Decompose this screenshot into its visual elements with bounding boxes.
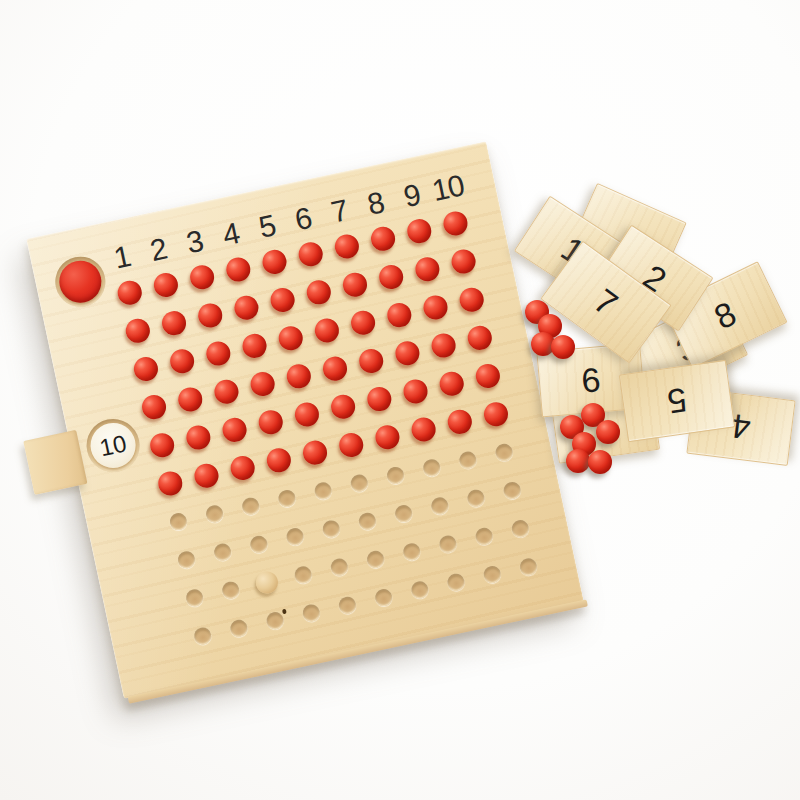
product-photo-scene: 10 12345678910 12783654 <box>0 0 800 800</box>
loose-red-bead[interactable] <box>566 449 590 473</box>
red-bead-r4c10[interactable] <box>466 324 494 352</box>
red-bead-r4c7[interactable] <box>357 347 385 375</box>
red-bead-r3c9[interactable] <box>421 293 449 321</box>
red-bead-r2c9[interactable] <box>413 255 441 283</box>
hole-r8c10 <box>502 480 522 500</box>
red-bead-r3c2[interactable] <box>168 347 196 375</box>
red-bead-r4c5[interactable] <box>285 362 313 390</box>
red-bead-r6c9[interactable] <box>446 408 474 436</box>
hole-r8c2 <box>213 542 233 562</box>
red-bead-r6c2[interactable] <box>192 461 220 489</box>
hole-r7c9 <box>458 450 478 470</box>
hole-r9c4 <box>293 565 313 585</box>
red-bead-r3c6[interactable] <box>313 316 341 344</box>
red-bead-r4c4[interactable] <box>248 370 276 398</box>
hole-r9c6 <box>365 549 385 569</box>
red-bead-r1c10[interactable] <box>441 209 469 237</box>
hole-r8c8 <box>430 496 450 516</box>
hole-r8c6 <box>357 511 377 531</box>
wood-bead-r9c3[interactable] <box>254 569 280 595</box>
red-bead-r3c3[interactable] <box>204 339 232 367</box>
red-bead-r1c8[interactable] <box>369 225 397 253</box>
hole-r10c1 <box>193 626 213 646</box>
hole-r10c3 <box>265 611 285 631</box>
column-number-3: 3 <box>183 224 205 261</box>
red-bead-r6c5[interactable] <box>301 438 329 466</box>
column-number-6: 6 <box>292 201 314 238</box>
red-bead-r5c8[interactable] <box>401 377 429 405</box>
hole-r7c10 <box>494 442 514 462</box>
hole-r9c1 <box>184 588 204 608</box>
column-number-10: 10 <box>429 168 467 208</box>
card-digit: 7 <box>587 281 625 324</box>
card-digit: 5 <box>665 380 689 421</box>
red-bead-r4c3[interactable] <box>212 377 240 405</box>
red-bead-r4c1[interactable] <box>140 393 168 421</box>
red-bead-r2c3[interactable] <box>196 301 224 329</box>
red-bead-r2c10[interactable] <box>449 247 477 275</box>
hole-r10c5 <box>337 595 357 615</box>
hole-r10c9 <box>482 564 502 584</box>
red-bead-r2c4[interactable] <box>232 294 260 322</box>
column-number-5: 5 <box>256 208 278 245</box>
red-bead-r1c7[interactable] <box>333 232 361 260</box>
red-bead-r6c7[interactable] <box>373 423 401 451</box>
hole-r8c3 <box>249 534 269 554</box>
red-bead-r1c9[interactable] <box>405 217 433 245</box>
red-bead-r2c8[interactable] <box>377 263 405 291</box>
red-bead-r6c4[interactable] <box>265 446 293 474</box>
red-bead-r5c3[interactable] <box>220 416 248 444</box>
hole-r9c5 <box>329 557 349 577</box>
red-bead-r1c2[interactable] <box>152 271 180 299</box>
red-bead-r6c1[interactable] <box>156 469 184 497</box>
column-number-1: 1 <box>111 239 133 276</box>
red-bead-r5c9[interactable] <box>437 369 465 397</box>
red-bead-r5c4[interactable] <box>256 408 284 436</box>
hole-r9c8 <box>438 534 458 554</box>
multiplication-bead-board: 10 12345678910 <box>26 141 583 698</box>
red-bead-r5c7[interactable] <box>365 385 393 413</box>
red-bead-r1c6[interactable] <box>296 240 324 268</box>
hole-r7c8 <box>422 458 442 478</box>
column-number-2: 2 <box>147 232 169 269</box>
hole-r10c7 <box>410 580 430 600</box>
red-bead-r2c7[interactable] <box>341 270 369 298</box>
red-bead-r2c1[interactable] <box>124 317 152 345</box>
card-digit: 6 <box>580 360 602 401</box>
hole-r8c1 <box>176 550 196 570</box>
column-number-9: 9 <box>401 178 423 215</box>
hole-r7c3 <box>241 496 261 516</box>
red-bead-r1c5[interactable] <box>260 248 288 276</box>
hole-r10c2 <box>229 618 249 638</box>
red-bead-r4c6[interactable] <box>321 354 349 382</box>
red-bead-r6c8[interactable] <box>409 415 437 443</box>
hole-r7c4 <box>277 488 297 508</box>
red-bead-r5c5[interactable] <box>293 400 321 428</box>
column-number-7: 7 <box>328 193 350 230</box>
hole-r7c5 <box>313 481 333 501</box>
hole-r7c6 <box>349 473 369 493</box>
red-bead-r3c5[interactable] <box>276 324 304 352</box>
loose-red-bead[interactable] <box>588 450 612 474</box>
hole-r10c10 <box>518 557 538 577</box>
red-bead-r5c2[interactable] <box>184 423 212 451</box>
red-bead-r3c10[interactable] <box>457 285 485 313</box>
red-bead-r3c7[interactable] <box>349 309 377 337</box>
column-number-4: 4 <box>220 216 242 253</box>
hole-r7c7 <box>385 465 405 485</box>
red-bead-r3c4[interactable] <box>240 332 268 360</box>
red-bead-r1c3[interactable] <box>188 263 216 291</box>
red-bead-r5c1[interactable] <box>148 431 176 459</box>
red-bead-r4c2[interactable] <box>176 385 204 413</box>
red-bead-r2c2[interactable] <box>160 309 188 337</box>
red-bead-r1c4[interactable] <box>224 255 252 283</box>
card-slot-tab[interactable] <box>23 430 87 495</box>
red-bead-r2c5[interactable] <box>268 286 296 314</box>
hole-r7c2 <box>204 504 224 524</box>
hole-r9c7 <box>402 542 422 562</box>
hole-r8c4 <box>285 527 305 547</box>
hole-r10c8 <box>446 572 466 592</box>
hole-r9c10 <box>510 519 530 539</box>
red-bead-r6c10[interactable] <box>482 400 510 428</box>
multiplicand-value: 10 <box>97 429 129 462</box>
hole-r10c4 <box>301 603 321 623</box>
red-bead-r4c9[interactable] <box>429 331 457 359</box>
column-number-8: 8 <box>364 185 386 222</box>
hole-r8c7 <box>394 503 414 523</box>
red-bead-r6c6[interactable] <box>337 431 365 459</box>
loose-red-bead[interactable] <box>596 420 620 444</box>
hole-r8c5 <box>321 519 341 539</box>
red-bead-r5c6[interactable] <box>329 393 357 421</box>
card-digit: 8 <box>708 293 742 336</box>
red-bead-r5c10[interactable] <box>474 362 502 390</box>
hole-r9c9 <box>474 526 494 546</box>
loose-red-bead[interactable] <box>551 335 575 359</box>
red-bead-r4c8[interactable] <box>393 339 421 367</box>
red-bead-r3c1[interactable] <box>132 355 160 383</box>
red-bead-r1c1[interactable] <box>115 278 143 306</box>
hole-r10c6 <box>374 587 394 607</box>
hole-r9c2 <box>221 580 241 600</box>
board-blemish-dot <box>282 609 287 615</box>
red-bead-r2c6[interactable] <box>305 278 333 306</box>
red-bead-r3c8[interactable] <box>385 301 413 329</box>
hole-r7c1 <box>168 511 188 531</box>
red-bead-r6c3[interactable] <box>228 454 256 482</box>
hole-r8c9 <box>466 488 486 508</box>
